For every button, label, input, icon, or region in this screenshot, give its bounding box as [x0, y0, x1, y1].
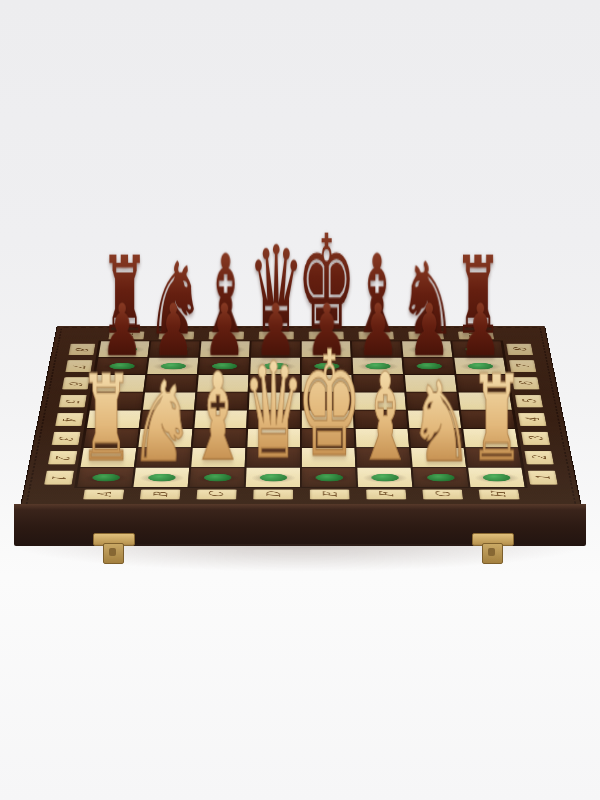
file-label-front-g-text: G: [431, 492, 453, 498]
rank-label-right-6-text: 6: [515, 381, 536, 385]
rank-label-right-7-text: 7: [512, 364, 532, 368]
rank-label-left-1-text: 1: [48, 475, 70, 479]
rank-label-left-8-text: 8: [72, 347, 92, 351]
file-label-back-e-text: E: [316, 334, 335, 338]
file-label-front-f-text: F: [375, 492, 397, 497]
rank-label-right-3-text: 3: [525, 436, 547, 440]
rank-label-right-4-text: 4: [522, 417, 543, 421]
rank-label-left-5-text: 5: [62, 399, 83, 403]
file-label-back-d-text: D: [266, 333, 285, 337]
file-label-back-f-text: F: [366, 334, 386, 338]
file-label-front-d-text: D: [262, 492, 284, 498]
piece-white-rook-h1[interactable]: ♜: [462, 359, 531, 477]
rank-label-right-1-text: 1: [532, 475, 554, 479]
file-label-back-c-text: C: [216, 333, 236, 337]
file-label-front-h-text: H: [487, 491, 510, 497]
rank-label-left-6-text: 6: [66, 381, 87, 385]
file-label-front-b-text: B: [149, 492, 171, 497]
file-label-back-b-text: B: [166, 334, 186, 338]
rank-label-right-2-text: 2: [528, 455, 550, 459]
file-label-front-e-text: E: [318, 492, 340, 497]
file-label-front-a-text: A: [92, 492, 115, 497]
rank-label-left-3-text: 3: [55, 436, 77, 440]
file-label-back-a-text: A: [116, 334, 136, 338]
chess-board: AABBCCDDEEFFGGHH8877665544332211♜♞♝♛♚♝♞♜…: [20, 326, 582, 507]
rank-label-left-7-text: 7: [69, 364, 89, 368]
rank-label-right-1: 1: [528, 470, 558, 484]
photo-scene: AABBCCDDEEFFGGHH8877665544332211♜♞♝♛♚♝♞♜…: [0, 0, 600, 800]
rank-label-left-2-text: 2: [52, 455, 74, 459]
file-label-back-h-text: H: [466, 333, 486, 338]
rank-label-right-5-text: 5: [518, 399, 539, 403]
file-label-back-g-text: G: [416, 333, 436, 337]
file-label-front-c-text: C: [205, 492, 227, 497]
rank-label-right-8-text: 8: [510, 347, 530, 351]
rank-label-left-1: 1: [44, 470, 74, 484]
floor-shadow: [10, 544, 590, 572]
rank-label-left-4-text: 4: [59, 417, 80, 421]
